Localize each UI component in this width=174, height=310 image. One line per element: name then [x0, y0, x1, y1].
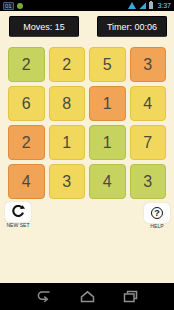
tile-r3c1[interactable]: 2: [8, 125, 45, 160]
recents-icon[interactable]: [123, 290, 138, 303]
usb-debug-icon: [17, 3, 23, 9]
tile-r3c4[interactable]: 7: [130, 125, 167, 160]
status-bar-right: 3:37: [128, 2, 171, 9]
tile-r1c2[interactable]: 2: [49, 47, 86, 82]
new-set-button[interactable]: NEW SET: [3, 202, 33, 229]
battery-icon: [149, 2, 153, 9]
tile-r1c4[interactable]: 3: [130, 47, 167, 82]
tile-r3c3[interactable]: 1: [89, 125, 126, 160]
status-bar-left: 01: [3, 2, 23, 10]
help-icon[interactable]: ?: [144, 203, 170, 223]
new-set-label: NEW SET: [5, 223, 31, 228]
tile-r3c2[interactable]: 1: [49, 125, 86, 160]
home-icon[interactable]: [80, 290, 95, 303]
tile-r4c1[interactable]: 4: [8, 164, 45, 199]
status-bar: 01 3:37: [0, 0, 174, 11]
app-screen: 01 3:37 Moves: 15 Timer: 00:06 2 2 5 3 6…: [0, 0, 174, 310]
help-label: HELP: [144, 224, 170, 229]
tile-r2c1[interactable]: 6: [8, 86, 45, 121]
back-icon[interactable]: [36, 290, 52, 303]
wifi-icon: [128, 2, 136, 9]
tile-r2c3[interactable]: 1: [89, 86, 126, 121]
notification-badge: 01: [3, 2, 14, 10]
moves-counter[interactable]: Moves: 15: [9, 16, 79, 37]
tile-r4c4[interactable]: 3: [130, 164, 167, 199]
signal-icon: [139, 2, 146, 9]
tile-grid: 2 2 5 3 6 8 1 4 2 1 1 7 4 3 4 3: [8, 47, 166, 199]
tile-r4c3[interactable]: 4: [89, 164, 126, 199]
android-nav-bar: [0, 283, 174, 310]
tile-r1c3[interactable]: 5: [89, 47, 126, 82]
tile-r1c1[interactable]: 2: [8, 47, 45, 82]
help-button[interactable]: ? HELP: [142, 203, 172, 230]
tile-r2c4[interactable]: 4: [130, 86, 167, 121]
refresh-icon[interactable]: [5, 202, 31, 222]
tile-r4c2[interactable]: 3: [49, 164, 86, 199]
timer-counter[interactable]: Timer: 00:06: [97, 16, 167, 37]
status-clock: 3:37: [157, 2, 171, 9]
tile-r2c2[interactable]: 8: [49, 86, 86, 121]
